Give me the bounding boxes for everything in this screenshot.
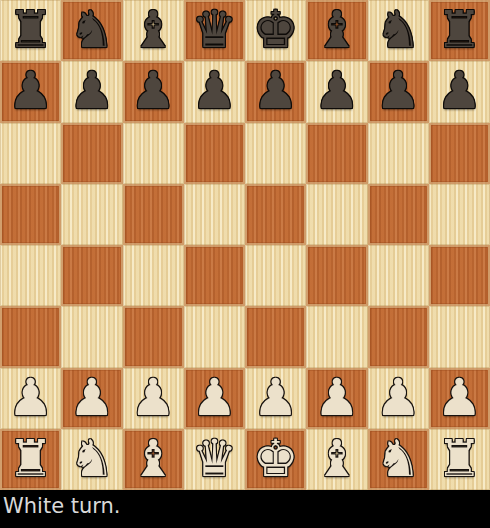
square-g6[interactable] (368, 123, 429, 184)
square-f6[interactable] (306, 123, 367, 184)
square-b4[interactable] (61, 245, 122, 306)
white-pawn-piece: ♟ (253, 372, 299, 423)
white-knight-piece: ♞ (69, 433, 115, 484)
black-pawn-piece: ♟ (253, 65, 299, 116)
square-d7[interactable]: ♟ (184, 61, 245, 122)
white-bishop-piece: ♝ (130, 433, 176, 484)
square-a7[interactable]: ♟ (0, 61, 61, 122)
square-d5[interactable] (184, 184, 245, 245)
square-c8[interactable]: ♝ (123, 0, 184, 61)
black-pawn-piece: ♟ (437, 65, 483, 116)
square-c3[interactable] (123, 306, 184, 367)
square-c5[interactable] (123, 184, 184, 245)
square-b3[interactable] (61, 306, 122, 367)
square-h3[interactable] (429, 306, 490, 367)
square-d8[interactable]: ♛ (184, 0, 245, 61)
white-rook-piece: ♜ (8, 433, 54, 484)
white-pawn-piece: ♟ (8, 372, 54, 423)
white-pawn-piece: ♟ (192, 372, 238, 423)
chess-app: ♜♞♝♛♚♝♞♜♟♟♟♟♟♟♟♟♟♟♟♟♟♟♟♟♜♞♝♛♚♝♞♜ White t… (0, 0, 490, 528)
square-e8[interactable]: ♚ (245, 0, 306, 61)
square-b5[interactable] (61, 184, 122, 245)
black-knight-piece: ♞ (375, 4, 421, 55)
square-d4[interactable] (184, 245, 245, 306)
square-c6[interactable] (123, 123, 184, 184)
square-a4[interactable] (0, 245, 61, 306)
square-h4[interactable] (429, 245, 490, 306)
square-f5[interactable] (306, 184, 367, 245)
square-a6[interactable] (0, 123, 61, 184)
white-queen-piece: ♛ (192, 433, 238, 484)
black-pawn-piece: ♟ (192, 65, 238, 116)
square-g3[interactable] (368, 306, 429, 367)
square-b7[interactable]: ♟ (61, 61, 122, 122)
square-f1[interactable]: ♝ (306, 429, 367, 490)
square-d6[interactable] (184, 123, 245, 184)
square-g2[interactable]: ♟ (368, 368, 429, 429)
square-g4[interactable] (368, 245, 429, 306)
black-pawn-piece: ♟ (314, 65, 360, 116)
square-a2[interactable]: ♟ (0, 368, 61, 429)
turn-indicator: White turn. (3, 494, 121, 519)
white-pawn-piece: ♟ (375, 372, 421, 423)
square-e5[interactable] (245, 184, 306, 245)
square-e4[interactable] (245, 245, 306, 306)
white-pawn-piece: ♟ (437, 372, 483, 423)
white-rook-piece: ♜ (437, 433, 483, 484)
square-h1[interactable]: ♜ (429, 429, 490, 490)
square-b2[interactable]: ♟ (61, 368, 122, 429)
square-f3[interactable] (306, 306, 367, 367)
square-f7[interactable]: ♟ (306, 61, 367, 122)
black-pawn-piece: ♟ (130, 65, 176, 116)
black-rook-piece: ♜ (8, 4, 54, 55)
black-knight-piece: ♞ (69, 4, 115, 55)
square-a5[interactable] (0, 184, 61, 245)
black-pawn-piece: ♟ (375, 65, 421, 116)
white-king-piece: ♚ (253, 433, 299, 484)
square-h2[interactable]: ♟ (429, 368, 490, 429)
square-h6[interactable] (429, 123, 490, 184)
white-pawn-piece: ♟ (314, 372, 360, 423)
square-a1[interactable]: ♜ (0, 429, 61, 490)
square-c2[interactable]: ♟ (123, 368, 184, 429)
square-f2[interactable]: ♟ (306, 368, 367, 429)
square-e6[interactable] (245, 123, 306, 184)
black-king-piece: ♚ (253, 4, 299, 55)
square-h8[interactable]: ♜ (429, 0, 490, 61)
black-pawn-piece: ♟ (8, 65, 54, 116)
white-knight-piece: ♞ (375, 433, 421, 484)
black-bishop-piece: ♝ (130, 4, 176, 55)
black-rook-piece: ♜ (437, 4, 483, 55)
square-a8[interactable]: ♜ (0, 0, 61, 61)
square-d3[interactable] (184, 306, 245, 367)
square-c7[interactable]: ♟ (123, 61, 184, 122)
square-e1[interactable]: ♚ (245, 429, 306, 490)
square-h7[interactable]: ♟ (429, 61, 490, 122)
square-d2[interactable]: ♟ (184, 368, 245, 429)
square-c1[interactable]: ♝ (123, 429, 184, 490)
square-h5[interactable] (429, 184, 490, 245)
square-a3[interactable] (0, 306, 61, 367)
black-queen-piece: ♛ (192, 4, 238, 55)
square-e3[interactable] (245, 306, 306, 367)
square-g8[interactable]: ♞ (368, 0, 429, 61)
square-f4[interactable] (306, 245, 367, 306)
white-pawn-piece: ♟ (130, 372, 176, 423)
square-f8[interactable]: ♝ (306, 0, 367, 61)
black-bishop-piece: ♝ (314, 4, 360, 55)
square-c4[interactable] (123, 245, 184, 306)
square-g5[interactable] (368, 184, 429, 245)
square-e2[interactable]: ♟ (245, 368, 306, 429)
white-bishop-piece: ♝ (314, 433, 360, 484)
square-b6[interactable] (61, 123, 122, 184)
square-e7[interactable]: ♟ (245, 61, 306, 122)
square-g1[interactable]: ♞ (368, 429, 429, 490)
square-g7[interactable]: ♟ (368, 61, 429, 122)
square-b1[interactable]: ♞ (61, 429, 122, 490)
chess-board: ♜♞♝♛♚♝♞♜♟♟♟♟♟♟♟♟♟♟♟♟♟♟♟♟♜♞♝♛♚♝♞♜ (0, 0, 490, 490)
status-bar: White turn. (0, 490, 490, 528)
white-pawn-piece: ♟ (69, 372, 115, 423)
square-d1[interactable]: ♛ (184, 429, 245, 490)
square-b8[interactable]: ♞ (61, 0, 122, 61)
black-pawn-piece: ♟ (69, 65, 115, 116)
